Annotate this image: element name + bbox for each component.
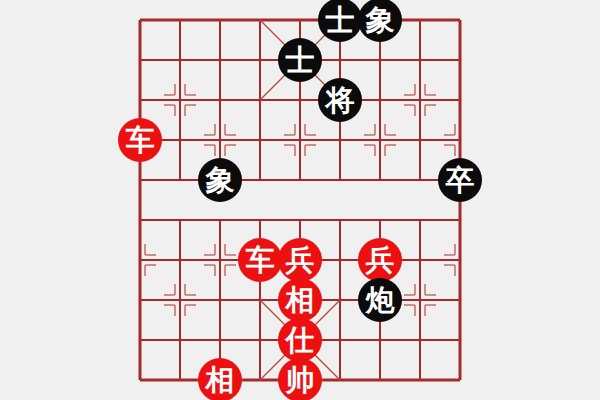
piece-glyph: 象: [206, 166, 235, 195]
piece-black-general[interactable]: 将: [318, 78, 362, 122]
piece-glyph: 车: [126, 126, 155, 155]
piece-black-elephant[interactable]: 象: [358, 0, 402, 42]
piece-black-elephant[interactable]: 象: [198, 158, 242, 202]
piece-glyph: 炮: [366, 286, 395, 315]
piece-red-pawn[interactable]: 兵: [358, 238, 402, 282]
piece-red-chariot[interactable]: 车: [118, 118, 162, 162]
piece-glyph: 相: [286, 286, 315, 315]
piece-red-elephant[interactable]: 相: [198, 358, 242, 400]
piece-black-cannon[interactable]: 炮: [358, 278, 402, 322]
piece-red-general[interactable]: 帅: [278, 358, 322, 400]
piece-glyph: 卒: [446, 166, 475, 195]
piece-glyph: 帅: [286, 366, 315, 395]
app-background: 士象士将车象卒车兵兵相炮仕相帅: [0, 0, 600, 400]
xiangqi-board[interactable]: 士象士将车象卒车兵兵相炮仕相帅: [0, 0, 600, 400]
piece-glyph: 士: [326, 6, 355, 35]
piece-glyph: 士: [286, 46, 315, 75]
piece-glyph: 将: [326, 86, 355, 115]
piece-red-pawn[interactable]: 兵: [278, 238, 322, 282]
piece-red-elephant[interactable]: 相: [278, 278, 322, 322]
piece-glyph: 象: [366, 6, 395, 35]
piece-black-advisor[interactable]: 士: [318, 0, 362, 42]
piece-red-chariot[interactable]: 车: [238, 238, 282, 282]
piece-glyph: 兵: [286, 246, 315, 275]
piece-glyph: 相: [206, 366, 235, 395]
pieces-layer: 士象士将车象卒车兵兵相炮仕相帅: [0, 0, 600, 400]
piece-glyph: 仕: [286, 326, 315, 355]
piece-black-pawn[interactable]: 卒: [438, 158, 482, 202]
piece-red-advisor[interactable]: 仕: [278, 318, 322, 362]
piece-black-advisor[interactable]: 士: [278, 38, 322, 82]
piece-glyph: 车: [246, 246, 275, 275]
piece-glyph: 兵: [366, 246, 395, 275]
